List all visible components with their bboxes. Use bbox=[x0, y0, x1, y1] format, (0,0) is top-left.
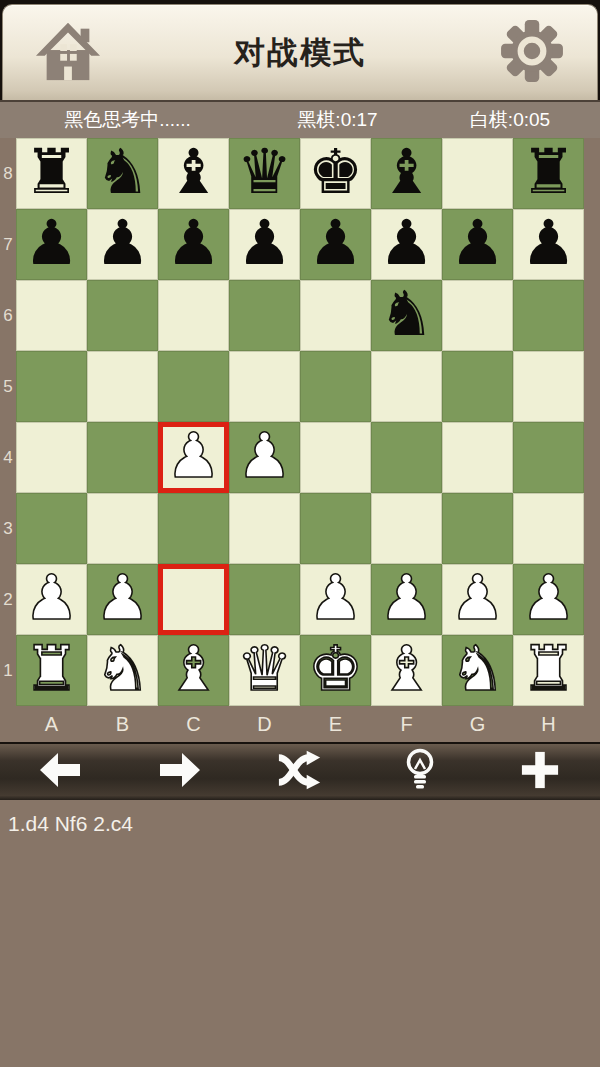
square-h7[interactable]: ♟ bbox=[513, 209, 584, 280]
black-rook-a8: ♜ bbox=[24, 141, 80, 203]
square-g6[interactable] bbox=[442, 280, 513, 351]
square-h6[interactable] bbox=[513, 280, 584, 351]
next-move-button[interactable] bbox=[120, 744, 240, 800]
square-h1[interactable]: ♜ bbox=[513, 635, 584, 706]
black-knight-f6: ♞ bbox=[379, 283, 435, 345]
lightbulb-icon bbox=[405, 748, 435, 796]
square-g5[interactable] bbox=[442, 351, 513, 422]
white-bishop-c1: ♝ bbox=[166, 638, 222, 700]
square-f5[interactable] bbox=[371, 351, 442, 422]
file-labels: ABCDEFGH bbox=[16, 706, 584, 742]
square-c1[interactable]: ♝ bbox=[158, 635, 229, 706]
white-pawn-a2: ♟ bbox=[24, 567, 80, 629]
square-d1[interactable]: ♛ bbox=[229, 635, 300, 706]
square-f1[interactable]: ♝ bbox=[371, 635, 442, 706]
file-label-g: G bbox=[442, 706, 513, 742]
black-pawn-e7: ♟ bbox=[308, 212, 364, 274]
rank-label-8: 8 bbox=[0, 138, 16, 209]
square-b8[interactable]: ♞ bbox=[87, 138, 158, 209]
rank-label-5: 5 bbox=[0, 351, 16, 422]
white-rook-a1: ♜ bbox=[24, 638, 80, 700]
white-king-e1: ♚ bbox=[308, 638, 364, 700]
rank-labels: 87654321 bbox=[0, 138, 16, 706]
toolbar bbox=[0, 742, 600, 800]
square-c8[interactable]: ♝ bbox=[158, 138, 229, 209]
black-king-e8: ♚ bbox=[308, 141, 364, 203]
square-f4[interactable] bbox=[371, 422, 442, 493]
white-pawn-d4: ♟ bbox=[237, 425, 293, 487]
rank-label-2: 2 bbox=[0, 564, 16, 635]
square-e4[interactable] bbox=[300, 422, 371, 493]
black-pawn-c7: ♟ bbox=[166, 212, 222, 274]
rank-label-6: 6 bbox=[0, 280, 16, 351]
white-knight-g1: ♞ bbox=[450, 638, 506, 700]
white-pawn-b2: ♟ bbox=[95, 567, 151, 629]
white-queen-d1: ♛ bbox=[237, 638, 293, 700]
file-label-d: D bbox=[229, 706, 300, 742]
square-e5[interactable] bbox=[300, 351, 371, 422]
file-label-a: A bbox=[16, 706, 87, 742]
square-g4[interactable] bbox=[442, 422, 513, 493]
black-pawn-a7: ♟ bbox=[24, 212, 80, 274]
rank-label-3: 3 bbox=[0, 493, 16, 564]
square-h2[interactable]: ♟ bbox=[513, 564, 584, 635]
header: 对战模式 bbox=[0, 0, 600, 100]
white-clock: 白棋:0:05 bbox=[420, 107, 600, 133]
file-label-b: B bbox=[87, 706, 158, 742]
board-zone: 87654321 ♜♞♝♛♚♝♜♟♟♟♟♟♟♟♟♞♟♟♟♟♟♟♟♟♜♞♝♛♚♝♞… bbox=[0, 138, 600, 706]
settings-button[interactable] bbox=[495, 16, 569, 90]
white-bishop-f1: ♝ bbox=[379, 638, 435, 700]
square-h3[interactable] bbox=[513, 493, 584, 564]
left-arrow-icon bbox=[38, 752, 82, 792]
black-queen-d8: ♛ bbox=[237, 141, 293, 203]
black-knight-b8: ♞ bbox=[95, 141, 151, 203]
plus-icon bbox=[520, 750, 560, 794]
square-b1[interactable]: ♞ bbox=[87, 635, 158, 706]
square-d8[interactable]: ♛ bbox=[229, 138, 300, 209]
square-e1[interactable]: ♚ bbox=[300, 635, 371, 706]
square-a8[interactable]: ♜ bbox=[16, 138, 87, 209]
square-a3[interactable] bbox=[16, 493, 87, 564]
app-screen: 对战模式 黑色思考中... bbox=[0, 0, 600, 1067]
square-a1[interactable]: ♜ bbox=[16, 635, 87, 706]
square-d5[interactable] bbox=[229, 351, 300, 422]
page-title: 对战模式 bbox=[234, 32, 366, 74]
file-label-c: C bbox=[158, 706, 229, 742]
rank-label-7: 7 bbox=[0, 209, 16, 280]
chess-board[interactable]: ♜♞♝♛♚♝♜♟♟♟♟♟♟♟♟♞♟♟♟♟♟♟♟♟♜♞♝♛♚♝♞♜ bbox=[16, 138, 584, 706]
previous-move-button[interactable] bbox=[0, 744, 120, 800]
square-b5[interactable] bbox=[87, 351, 158, 422]
white-rook-h1: ♜ bbox=[521, 638, 577, 700]
square-a2[interactable]: ♟ bbox=[16, 564, 87, 635]
square-f2[interactable]: ♟ bbox=[371, 564, 442, 635]
square-a7[interactable]: ♟ bbox=[16, 209, 87, 280]
square-a5[interactable] bbox=[16, 351, 87, 422]
square-h8[interactable]: ♜ bbox=[513, 138, 584, 209]
rank-label-1: 1 bbox=[0, 635, 16, 706]
black-bishop-f8: ♝ bbox=[379, 141, 435, 203]
square-g2[interactable]: ♟ bbox=[442, 564, 513, 635]
square-e8[interactable]: ♚ bbox=[300, 138, 371, 209]
square-h5[interactable] bbox=[513, 351, 584, 422]
square-d6[interactable] bbox=[229, 280, 300, 351]
hint-button[interactable] bbox=[360, 744, 480, 800]
file-label-h: H bbox=[513, 706, 584, 742]
square-c4[interactable]: ♟ bbox=[158, 422, 229, 493]
black-pawn-g7: ♟ bbox=[450, 212, 506, 274]
status-bar: 黑色思考中...... 黑棋:0:17 白棋:0:05 bbox=[0, 100, 600, 138]
square-f7[interactable]: ♟ bbox=[371, 209, 442, 280]
white-pawn-e2: ♟ bbox=[308, 567, 364, 629]
square-b4[interactable] bbox=[87, 422, 158, 493]
gear-icon bbox=[499, 18, 565, 88]
white-knight-b1: ♞ bbox=[95, 638, 151, 700]
file-label-f: F bbox=[371, 706, 442, 742]
file-label-e: E bbox=[300, 706, 371, 742]
title-bar: 对战模式 bbox=[2, 4, 598, 100]
square-c6[interactable] bbox=[158, 280, 229, 351]
square-g3[interactable] bbox=[442, 493, 513, 564]
white-pawn-g2: ♟ bbox=[450, 567, 506, 629]
square-h4[interactable] bbox=[513, 422, 584, 493]
square-c2[interactable] bbox=[158, 564, 229, 635]
thinking-status: 黑色思考中...... bbox=[0, 107, 255, 133]
shuffle-icon bbox=[277, 750, 323, 794]
rank-label-4: 4 bbox=[0, 422, 16, 493]
square-d7[interactable]: ♟ bbox=[229, 209, 300, 280]
square-g1[interactable]: ♞ bbox=[442, 635, 513, 706]
square-b6[interactable] bbox=[87, 280, 158, 351]
square-e6[interactable] bbox=[300, 280, 371, 351]
black-pawn-f7: ♟ bbox=[379, 212, 435, 274]
square-f6[interactable]: ♞ bbox=[371, 280, 442, 351]
square-e7[interactable]: ♟ bbox=[300, 209, 371, 280]
black-clock: 黑棋:0:17 bbox=[255, 107, 420, 133]
square-c7[interactable]: ♟ bbox=[158, 209, 229, 280]
home-icon bbox=[35, 20, 101, 86]
square-b7[interactable]: ♟ bbox=[87, 209, 158, 280]
black-pawn-b7: ♟ bbox=[95, 212, 151, 274]
square-a6[interactable] bbox=[16, 280, 87, 351]
square-f8[interactable]: ♝ bbox=[371, 138, 442, 209]
black-bishop-c8: ♝ bbox=[166, 141, 222, 203]
square-f3[interactable] bbox=[371, 493, 442, 564]
right-arrow-icon bbox=[158, 752, 202, 792]
black-rook-h8: ♜ bbox=[521, 141, 577, 203]
move-list: 1.d4 Nf6 2.c4 bbox=[0, 800, 600, 848]
white-pawn-c4: ♟ bbox=[166, 425, 222, 487]
square-d4[interactable]: ♟ bbox=[229, 422, 300, 493]
square-e3[interactable] bbox=[300, 493, 371, 564]
square-c5[interactable] bbox=[158, 351, 229, 422]
new-game-button[interactable] bbox=[480, 744, 600, 800]
square-d3[interactable] bbox=[229, 493, 300, 564]
black-pawn-d7: ♟ bbox=[237, 212, 293, 274]
square-a4[interactable] bbox=[16, 422, 87, 493]
black-pawn-h7: ♟ bbox=[521, 212, 577, 274]
square-e2[interactable]: ♟ bbox=[300, 564, 371, 635]
square-g8[interactable] bbox=[442, 138, 513, 209]
switch-sides-button[interactable] bbox=[240, 744, 360, 800]
square-b2[interactable]: ♟ bbox=[87, 564, 158, 635]
square-b3[interactable] bbox=[87, 493, 158, 564]
square-c3[interactable] bbox=[158, 493, 229, 564]
white-pawn-h2: ♟ bbox=[521, 567, 577, 629]
home-button[interactable] bbox=[31, 16, 105, 90]
square-g7[interactable]: ♟ bbox=[442, 209, 513, 280]
square-d2[interactable] bbox=[229, 564, 300, 635]
white-pawn-f2: ♟ bbox=[379, 567, 435, 629]
